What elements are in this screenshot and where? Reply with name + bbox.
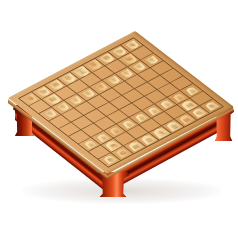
shogi-set-photo: 香桂銀金王金銀桂香飛角歩歩歩歩歩歩歩歩歩歩歩歩歩歩歩歩歩歩角飛香桂銀金玉金銀桂香 bbox=[0, 0, 238, 238]
board-grid bbox=[18, 37, 224, 167]
shogi-board: 香桂銀金王金銀桂香飛角歩歩歩歩歩歩歩歩歩歩歩歩歩歩歩歩歩歩角飛香桂銀金玉金銀桂香 bbox=[8, 31, 234, 174]
